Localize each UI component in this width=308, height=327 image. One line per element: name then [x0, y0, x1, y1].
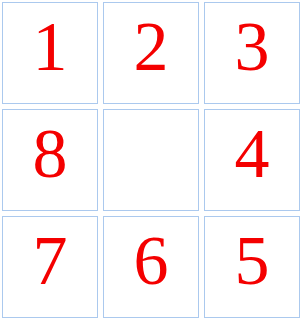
tile-2[interactable]: 2: [103, 2, 199, 104]
tile-1[interactable]: 1: [2, 2, 98, 104]
tile-6[interactable]: 6: [103, 216, 199, 318]
tile-3[interactable]: 3: [204, 2, 300, 104]
tile-8[interactable]: 8: [2, 109, 98, 211]
empty-cell: [103, 109, 199, 211]
tile-5[interactable]: 5: [204, 216, 300, 318]
tile-4[interactable]: 4: [204, 109, 300, 211]
tile-7[interactable]: 7: [2, 216, 98, 318]
puzzle-board: 1 2 3 8 4 7 6 5: [2, 2, 300, 318]
